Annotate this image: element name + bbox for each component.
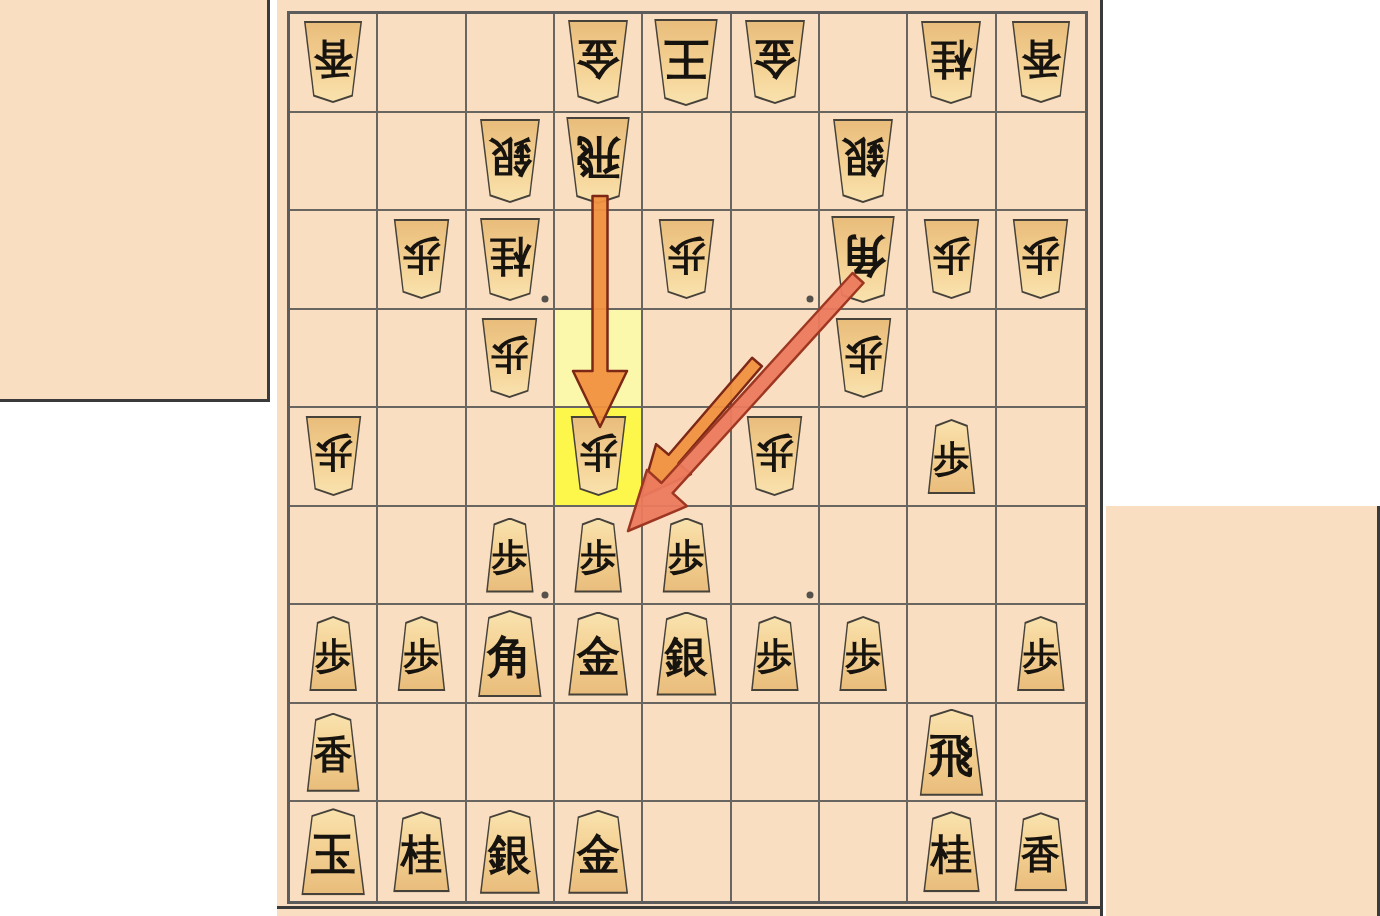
piece-kanji: 歩	[932, 238, 970, 276]
square-1d[interactable]	[997, 310, 1085, 409]
square-7g[interactable]: 角	[467, 605, 555, 704]
square-8g[interactable]: 歩	[378, 605, 466, 704]
sente-komadai	[1106, 506, 1380, 916]
piece-gote-king[interactable]: 王	[650, 19, 722, 106]
square-6h[interactable]	[555, 704, 643, 803]
square-2h[interactable]: 飛	[908, 704, 996, 803]
square-5f[interactable]: 歩	[643, 507, 731, 606]
piece-kanji: 桂	[931, 834, 972, 875]
piece-gote-lance[interactable]: 香	[300, 21, 366, 103]
square-3f[interactable]	[820, 507, 908, 606]
piece-sente-lance[interactable]: 香	[1011, 812, 1071, 891]
piece-kanji: 銀	[488, 136, 531, 179]
square-5g[interactable]: 銀	[643, 605, 731, 704]
square-2b[interactable]	[908, 113, 996, 212]
square-5b[interactable]	[643, 113, 731, 212]
piece-sente-gold[interactable]: 金	[564, 612, 632, 696]
square-9i[interactable]: 玉	[290, 802, 378, 901]
square-7h[interactable]	[467, 704, 555, 803]
piece-kanji: 歩	[756, 435, 794, 473]
piece-gote-knight[interactable]: 桂	[476, 218, 544, 301]
square-9d[interactable]	[290, 310, 378, 409]
piece-kanji: 歩	[402, 238, 440, 276]
square-3c[interactable]: 角	[820, 211, 908, 310]
square-4b[interactable]	[732, 113, 820, 212]
piece-sente-knight[interactable]: 桂	[389, 811, 453, 892]
square-2d[interactable]	[908, 310, 996, 409]
square-6c[interactable]	[555, 211, 643, 310]
piece-kanji: 歩	[845, 638, 881, 674]
piece-kanji: 歩	[315, 638, 351, 674]
square-6g[interactable]: 金	[555, 605, 643, 704]
square-3a[interactable]	[820, 14, 908, 113]
piece-kanji: 金	[577, 38, 620, 81]
piece-kanji: 歩	[933, 441, 969, 477]
square-8f[interactable]	[378, 507, 466, 606]
square-9e[interactable]: 歩	[290, 408, 378, 507]
square-4d[interactable]	[732, 310, 820, 409]
square-8d[interactable]	[378, 310, 466, 409]
square-1g[interactable]: 歩	[997, 605, 1085, 704]
piece-gote-gold[interactable]: 金	[564, 20, 632, 104]
piece-sente-knight[interactable]: 桂	[919, 811, 983, 892]
piece-gote-gold[interactable]: 金	[741, 20, 809, 104]
square-2g[interactable]	[908, 605, 996, 704]
square-7a[interactable]	[467, 14, 555, 113]
piece-sente-pawn[interactable]: 歩	[1014, 616, 1068, 691]
piece-sente-pawn[interactable]: 歩	[836, 616, 890, 691]
square-9b[interactable]	[290, 113, 378, 212]
piece-gote-pawn[interactable]: 歩	[567, 416, 630, 496]
piece-sente-pawn[interactable]: 歩	[571, 518, 625, 593]
piece-sente-silver[interactable]: 銀	[652, 612, 720, 696]
piece-kanji: 銀	[488, 833, 531, 876]
board-border-bottom	[277, 906, 1100, 909]
piece-kanji: 歩	[757, 638, 793, 674]
piece-kanji: 歩	[403, 638, 439, 674]
piece-gote-pawn[interactable]: 歩	[832, 318, 895, 398]
square-1h[interactable]	[997, 704, 1085, 803]
piece-kanji: 角	[487, 634, 532, 679]
square-4g[interactable]: 歩	[732, 605, 820, 704]
piece-kanji: 歩	[491, 336, 529, 374]
square-9c[interactable]	[290, 211, 378, 310]
square-2i[interactable]: 桂	[908, 802, 996, 901]
piece-kanji: 香	[1021, 39, 1061, 79]
square-1b[interactable]	[997, 113, 1085, 212]
piece-sente-pawn[interactable]: 歩	[306, 616, 360, 691]
piece-gote-pawn[interactable]: 歩	[1009, 219, 1072, 299]
star-point	[542, 296, 549, 303]
piece-kanji: 飛	[576, 135, 621, 180]
square-7d[interactable]: 歩	[467, 310, 555, 409]
square-1i[interactable]: 香	[997, 802, 1085, 901]
square-1a[interactable]: 香	[997, 14, 1085, 113]
square-8c[interactable]: 歩	[378, 211, 466, 310]
square-8i[interactable]: 桂	[378, 802, 466, 901]
piece-kanji: 角	[841, 234, 886, 279]
square-9a[interactable]: 香	[290, 14, 378, 113]
square-4c[interactable]	[732, 211, 820, 310]
square-5e[interactable]	[643, 408, 731, 507]
square-1e[interactable]	[997, 408, 1085, 507]
square-4a[interactable]: 金	[732, 14, 820, 113]
square-4h[interactable]	[732, 704, 820, 803]
square-1f[interactable]	[997, 507, 1085, 606]
square-9h[interactable]: 香	[290, 704, 378, 803]
square-8a[interactable]	[378, 14, 466, 113]
piece-gote-bishop[interactable]: 角	[827, 216, 899, 303]
square-3g[interactable]: 歩	[820, 605, 908, 704]
piece-gote-silver[interactable]: 銀	[476, 119, 544, 203]
piece-kanji: 歩	[579, 435, 617, 473]
piece-kanji: 飛	[929, 733, 974, 778]
piece-gote-pawn[interactable]: 歩	[478, 318, 541, 398]
piece-gote-rook[interactable]: 飛	[562, 117, 634, 204]
piece-kanji: 歩	[314, 435, 352, 473]
square-4f[interactable]	[732, 507, 820, 606]
piece-kanji: 歩	[580, 539, 616, 575]
piece-kanji: 歩	[492, 539, 528, 575]
square-6a[interactable]: 金	[555, 14, 643, 113]
star-point	[807, 592, 814, 599]
square-7f[interactable]: 歩	[467, 507, 555, 606]
piece-sente-pawn[interactable]: 歩	[659, 518, 713, 593]
piece-kanji: 銀	[842, 136, 885, 179]
square-8e[interactable]	[378, 408, 466, 507]
piece-kanji: 金	[577, 833, 620, 876]
piece-sente-king[interactable]: 玉	[297, 808, 369, 895]
square-9f[interactable]	[290, 507, 378, 606]
piece-kanji: 王	[664, 37, 709, 82]
piece-sente-pawn[interactable]: 歩	[748, 616, 802, 691]
piece-kanji: 桂	[489, 236, 530, 277]
square-6e[interactable]: 歩	[555, 408, 643, 507]
piece-sente-silver[interactable]: 銀	[476, 810, 544, 894]
square-2a[interactable]: 桂	[908, 14, 996, 113]
square-5c[interactable]: 歩	[643, 211, 731, 310]
square-8b[interactable]	[378, 113, 466, 212]
piece-gote-pawn[interactable]: 歩	[390, 219, 453, 299]
square-3i[interactable]	[820, 802, 908, 901]
piece-gote-knight[interactable]: 桂	[917, 21, 985, 104]
square-5a[interactable]: 王	[643, 14, 731, 113]
piece-kanji: 香	[313, 39, 353, 79]
square-6b[interactable]: 飛	[555, 113, 643, 212]
piece-sente-pawn[interactable]: 歩	[483, 518, 537, 593]
piece-kanji: 玉	[311, 832, 356, 877]
square-3d[interactable]: 歩	[820, 310, 908, 409]
piece-gote-silver[interactable]: 銀	[829, 119, 897, 203]
square-4i[interactable]	[732, 802, 820, 901]
board-grid: 香金王金桂香銀飛銀歩桂歩角歩歩歩歩歩歩歩歩歩歩歩歩歩角金銀歩歩歩香飛玉桂銀金桂香	[287, 11, 1088, 904]
square-7b[interactable]: 銀	[467, 113, 555, 212]
square-2e[interactable]: 歩	[908, 408, 996, 507]
piece-sente-gold[interactable]: 金	[564, 810, 632, 894]
piece-gote-pawn[interactable]: 歩	[302, 416, 365, 496]
piece-kanji: 歩	[667, 238, 705, 276]
piece-sente-bishop[interactable]: 角	[474, 610, 546, 697]
piece-kanji: 歩	[668, 539, 704, 575]
piece-kanji: 歩	[1023, 638, 1059, 674]
square-1c[interactable]: 歩	[997, 211, 1085, 310]
piece-gote-pawn[interactable]: 歩	[920, 219, 983, 299]
square-3h[interactable]	[820, 704, 908, 803]
shogi-board: 香金王金桂香銀飛銀歩桂歩角歩歩歩歩歩歩歩歩歩歩歩歩歩角金銀歩歩歩香飛玉桂銀金桂香	[277, 0, 1103, 916]
piece-sente-pawn[interactable]: 歩	[394, 616, 448, 691]
square-5h[interactable]	[643, 704, 731, 803]
piece-sente-lance[interactable]: 香	[303, 713, 363, 792]
piece-kanji: 金	[753, 38, 796, 81]
square-2f[interactable]	[908, 507, 996, 606]
square-6d[interactable]	[555, 310, 643, 409]
square-2c[interactable]: 歩	[908, 211, 996, 310]
star-point	[807, 296, 814, 303]
square-3e[interactable]	[820, 408, 908, 507]
piece-kanji: 桂	[931, 39, 972, 80]
piece-sente-pawn[interactable]: 歩	[924, 419, 978, 494]
piece-gote-pawn[interactable]: 歩	[655, 219, 718, 299]
square-7e[interactable]	[467, 408, 555, 507]
square-9g[interactable]: 歩	[290, 605, 378, 704]
piece-kanji: 銀	[665, 635, 708, 678]
star-point	[542, 592, 549, 599]
square-7c[interactable]: 桂	[467, 211, 555, 310]
square-6f[interactable]: 歩	[555, 507, 643, 606]
piece-kanji: 金	[577, 635, 620, 678]
piece-sente-rook[interactable]: 飛	[915, 709, 987, 796]
piece-kanji: 香	[1021, 835, 1060, 874]
piece-gote-lance[interactable]: 香	[1008, 21, 1074, 103]
square-3b[interactable]: 銀	[820, 113, 908, 212]
square-8h[interactable]	[378, 704, 466, 803]
square-7i[interactable]: 銀	[467, 802, 555, 901]
piece-kanji: 香	[314, 735, 353, 774]
piece-gote-pawn[interactable]: 歩	[743, 416, 806, 496]
square-4e[interactable]: 歩	[732, 408, 820, 507]
square-5d[interactable]	[643, 310, 731, 409]
piece-kanji: 歩	[844, 336, 882, 374]
piece-kanji: 歩	[1022, 238, 1060, 276]
square-5i[interactable]	[643, 802, 731, 901]
piece-kanji: 桂	[401, 834, 442, 875]
square-6i[interactable]: 金	[555, 802, 643, 901]
gote-komadai	[0, 0, 270, 402]
